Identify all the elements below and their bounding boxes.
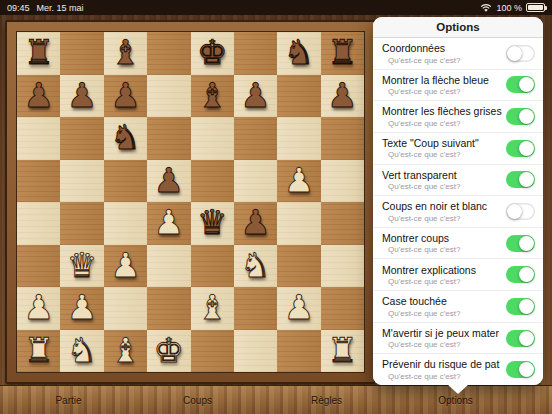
square-c1[interactable]: ♝ (104, 330, 147, 373)
square-c7[interactable]: ♟ (104, 75, 147, 118)
toggle-prevenir-pat[interactable] (506, 361, 535, 378)
square-b8[interactable] (60, 32, 103, 75)
tab-coups[interactable]: Coups (133, 395, 262, 406)
battery-icon (526, 3, 545, 12)
toggle-avertir-mater[interactable] (506, 330, 535, 347)
option-row-montrer-explications: Montrer explicationsQu'est-ce que c'est? (373, 258, 543, 290)
option-help-link-case-touchee[interactable]: Qu'est-ce que c'est? (388, 309, 460, 318)
white-rook-h1[interactable]: ♜ (327, 333, 357, 367)
option-label-case-touchee: Case touchée (382, 295, 460, 307)
option-help-link-montrer-fleche-bleue[interactable]: Qu'est-ce que c'est? (388, 87, 489, 96)
option-row-texte-coup-suivant: Texte "Coup suivant"Qu'est-ce que c'est? (373, 132, 543, 164)
status-date: Mer. 15 mai (37, 3, 84, 13)
option-label-coups-noir-et-blanc: Coups en noir et blanc (382, 200, 487, 212)
option-row-coordonnees: CoordonnéesQu'est-ce que c'est? (373, 38, 543, 69)
square-h7[interactable]: ♟ (321, 75, 364, 118)
toggle-texte-coup-suivant[interactable] (506, 140, 535, 157)
status-bar: 09:45 Mer. 15 mai 100 % (0, 0, 552, 15)
square-g5[interactable]: ♟ (277, 160, 320, 203)
toggle-knob-vert-transparent (519, 172, 534, 187)
white-queen-b3[interactable]: ♛ (67, 248, 97, 282)
black-pawn-f4[interactable]: ♟ (240, 205, 270, 239)
bottom-tab-bar: PartieCoupsRèglesOptions (0, 385, 552, 414)
white-knight-f3[interactable]: ♞ (240, 248, 270, 282)
options-list: CoordonnéesQu'est-ce que c'est?Montrer l… (373, 38, 543, 385)
black-pawn-b7[interactable]: ♟ (67, 78, 97, 112)
square-h6[interactable] (321, 117, 364, 160)
square-d5[interactable]: ♟ (147, 160, 190, 203)
black-bishop-c8[interactable]: ♝ (110, 35, 140, 69)
square-h1[interactable]: ♜ (321, 330, 364, 373)
option-row-coups-noir-et-blanc: Coups en noir et blancQu'est-ce que c'es… (373, 195, 543, 227)
option-row-prevenir-pat: Prévenir du risque de patQu'est-ce que c… (373, 353, 543, 385)
square-f8[interactable] (234, 32, 277, 75)
square-b1[interactable]: ♞ (60, 330, 103, 373)
toggle-knob-montrer-fleches-grises (519, 109, 534, 124)
square-f1[interactable] (234, 330, 277, 373)
option-row-case-touchee: Case touchéeQu'est-ce que c'est? (373, 290, 543, 322)
popover-title: Options (373, 17, 543, 38)
square-d8[interactable] (147, 32, 190, 75)
white-pawn-g2[interactable]: ♟ (284, 290, 314, 324)
square-e2[interactable]: ♝ (191, 287, 234, 330)
toggle-case-touchee[interactable] (506, 298, 535, 315)
square-c6[interactable]: ♞ (104, 117, 147, 160)
black-knight-g8[interactable]: ♞ (284, 35, 314, 69)
option-help-link-coordonnees[interactable]: Qu'est-ce que c'est? (388, 56, 460, 65)
toggle-knob-texte-coup-suivant (519, 141, 534, 156)
square-a6[interactable] (17, 117, 60, 160)
option-label-texte-coup-suivant: Texte "Coup suivant" (382, 137, 479, 149)
option-label-montrer-fleches-grises: Montrer les flèches grises (382, 105, 502, 117)
option-help-link-texte-coup-suivant[interactable]: Qu'est-ce que c'est? (388, 150, 479, 159)
square-f7[interactable]: ♟ (234, 75, 277, 118)
white-bishop-e2[interactable]: ♝ (197, 290, 227, 324)
white-bishop-c1[interactable]: ♝ (110, 333, 140, 367)
black-pawn-d5[interactable]: ♟ (154, 163, 184, 197)
square-e4[interactable]: ♛ (191, 202, 234, 245)
chess-board-frame: ♜♝♚♞♜♟♟♟♝♟♟♞♟♟♟♛♟♛♟♞♟♟♝♟♜♞♝♚♜ (5, 20, 376, 384)
square-f4[interactable]: ♟ (234, 202, 277, 245)
square-a2[interactable]: ♟ (17, 287, 60, 330)
toggle-montrer-fleche-bleue[interactable] (506, 76, 535, 93)
black-bishop-e7[interactable]: ♝ (197, 78, 227, 112)
square-a3[interactable] (17, 245, 60, 288)
square-b4[interactable] (60, 202, 103, 245)
square-a4[interactable] (17, 202, 60, 245)
chess-board[interactable]: ♜♝♚♞♜♟♟♟♝♟♟♞♟♟♟♛♟♛♟♞♟♟♝♟♜♞♝♚♜ (16, 31, 365, 373)
square-c4[interactable] (104, 202, 147, 245)
square-e6[interactable] (191, 117, 234, 160)
square-g6[interactable] (277, 117, 320, 160)
option-label-montrer-coups: Montrer coups (382, 232, 460, 244)
option-row-montrer-fleche-bleue: Montrer la flèche bleueQu'est-ce que c'e… (373, 69, 543, 101)
toggle-montrer-coups[interactable] (506, 235, 535, 252)
square-b7[interactable]: ♟ (60, 75, 103, 118)
option-label-montrer-fleche-bleue: Montrer la flèche bleue (382, 74, 489, 86)
option-label-prevenir-pat: Prévenir du risque de pat (382, 358, 499, 370)
square-f5[interactable] (234, 160, 277, 203)
square-a7[interactable]: ♟ (17, 75, 60, 118)
option-help-link-prevenir-pat[interactable]: Qu'est-ce que c'est? (388, 372, 499, 381)
black-king-e8[interactable]: ♚ (197, 35, 227, 69)
option-label-coordonnees: Coordonnées (382, 42, 460, 54)
white-pawn-a2[interactable]: ♟ (23, 290, 53, 324)
square-f2[interactable] (234, 287, 277, 330)
square-c2[interactable] (104, 287, 147, 330)
white-knight-b1[interactable]: ♞ (67, 333, 97, 367)
toggle-knob-avertir-mater (519, 331, 534, 346)
chess-app-screen: 09:45 Mer. 15 mai 100 % ♜♝♚♞♜♟♟♟♝♟♟♞♟♟♟♛… (0, 0, 552, 414)
square-b5[interactable] (60, 160, 103, 203)
toggle-coordonnees[interactable] (506, 45, 535, 62)
square-d4[interactable]: ♟ (147, 202, 190, 245)
battery-percent: 100 % (496, 3, 522, 13)
option-label-avertir-mater: M'avertir si je peux mater (382, 327, 499, 339)
option-row-avertir-mater: M'avertir si je peux materQu'est-ce que … (373, 322, 543, 354)
square-b3[interactable]: ♛ (60, 245, 103, 288)
square-h5[interactable] (321, 160, 364, 203)
toggle-knob-case-touchee (519, 299, 534, 314)
option-row-montrer-coups: Montrer coupsQu'est-ce que c'est? (373, 227, 543, 259)
black-rook-a8[interactable]: ♜ (23, 35, 53, 69)
option-help-link-coups-noir-et-blanc[interactable]: Qu'est-ce que c'est? (388, 214, 487, 223)
status-time: 09:45 (7, 3, 30, 13)
toggle-knob-coordonnees (507, 46, 522, 61)
white-king-d1[interactable]: ♚ (154, 333, 184, 367)
square-g1[interactable] (277, 330, 320, 373)
black-rook-h8[interactable]: ♜ (327, 35, 357, 69)
toggle-knob-coups-noir-et-blanc (507, 204, 522, 219)
toggle-knob-montrer-explications (519, 267, 534, 282)
wifi-icon (480, 3, 492, 13)
black-queen-e4[interactable]: ♛ (197, 205, 227, 239)
square-d6[interactable] (147, 117, 190, 160)
option-help-link-montrer-fleches-grises[interactable]: Qu'est-ce que c'est? (388, 119, 502, 128)
square-g8[interactable]: ♞ (277, 32, 320, 75)
tab-options[interactable]: Options (391, 395, 520, 406)
square-c8[interactable]: ♝ (104, 32, 147, 75)
tab-partie[interactable]: Partie (4, 395, 133, 406)
square-a1[interactable]: ♜ (17, 330, 60, 373)
option-help-link-avertir-mater[interactable]: Qu'est-ce que c'est? (388, 340, 499, 349)
square-c5[interactable] (104, 160, 147, 203)
square-e3[interactable] (191, 245, 234, 288)
option-row-montrer-fleches-grises: Montrer les flèches grisesQu'est-ce que … (373, 100, 543, 132)
square-d7[interactable] (147, 75, 190, 118)
option-help-link-montrer-coups[interactable]: Qu'est-ce que c'est? (388, 245, 460, 254)
square-d1[interactable]: ♚ (147, 330, 190, 373)
option-help-link-montrer-explications[interactable]: Qu'est-ce que c'est? (388, 277, 476, 286)
square-a8[interactable]: ♜ (17, 32, 60, 75)
black-pawn-a7[interactable]: ♟ (23, 78, 53, 112)
options-popover: Options CoordonnéesQu'est-ce que c'est?M… (373, 17, 543, 385)
square-f6[interactable] (234, 117, 277, 160)
tab-regles[interactable]: Règles (262, 395, 391, 406)
toggle-montrer-explications[interactable] (506, 266, 535, 283)
square-h4[interactable] (321, 202, 364, 245)
option-row-vert-transparent: Vert transparentQu'est-ce que c'est? (373, 164, 543, 196)
option-label-vert-transparent: Vert transparent (382, 169, 460, 181)
square-h3[interactable] (321, 245, 364, 288)
square-d2[interactable] (147, 287, 190, 330)
square-d3[interactable] (147, 245, 190, 288)
toggle-knob-montrer-fleche-bleue (519, 77, 534, 92)
square-g3[interactable] (277, 245, 320, 288)
square-g4[interactable] (277, 202, 320, 245)
square-f3[interactable]: ♞ (234, 245, 277, 288)
square-e1[interactable] (191, 330, 234, 373)
toggle-knob-prevenir-pat (519, 362, 534, 377)
square-h8[interactable]: ♜ (321, 32, 364, 75)
option-help-link-vert-transparent[interactable]: Qu'est-ce que c'est? (388, 182, 460, 191)
square-h2[interactable] (321, 287, 364, 330)
black-pawn-c7[interactable]: ♟ (110, 78, 140, 112)
square-e7[interactable]: ♝ (191, 75, 234, 118)
toggle-coups-noir-et-blanc[interactable] (506, 203, 535, 220)
square-b2[interactable]: ♟ (60, 287, 103, 330)
toggle-montrer-fleches-grises[interactable] (506, 108, 535, 125)
square-e5[interactable] (191, 160, 234, 203)
white-pawn-b2[interactable]: ♟ (67, 290, 97, 324)
toggle-vert-transparent[interactable] (506, 171, 535, 188)
square-a5[interactable] (17, 160, 60, 203)
black-knight-c6[interactable]: ♞ (110, 120, 140, 154)
white-pawn-c3[interactable]: ♟ (110, 248, 140, 282)
option-label-montrer-explications: Montrer explications (382, 264, 476, 276)
square-c3[interactable]: ♟ (104, 245, 147, 288)
square-b6[interactable] (60, 117, 103, 160)
black-pawn-h7[interactable]: ♟ (327, 78, 357, 112)
square-g7[interactable] (277, 75, 320, 118)
black-pawn-f7[interactable]: ♟ (240, 78, 270, 112)
popover-arrow (447, 384, 469, 394)
square-e8[interactable]: ♚ (191, 32, 234, 75)
white-pawn-g5[interactable]: ♟ (284, 163, 314, 197)
white-pawn-d4[interactable]: ♟ (154, 205, 184, 239)
square-g2[interactable]: ♟ (277, 287, 320, 330)
white-rook-a1[interactable]: ♜ (23, 333, 53, 367)
toggle-knob-montrer-coups (519, 236, 534, 251)
